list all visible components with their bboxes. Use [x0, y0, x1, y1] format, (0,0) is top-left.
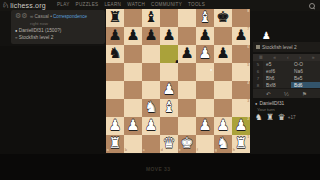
move-number: 6 — [253, 68, 263, 75]
captured-pieces-tray: ♞ ♜ ♛ +17 — [255, 112, 296, 122]
square-g8[interactable]: ♚ — [214, 9, 232, 27]
move-white[interactable]: Bh6 — [263, 75, 291, 82]
square-a3[interactable] — [106, 99, 124, 117]
square-g1[interactable]: ♞g — [214, 135, 232, 153]
black-pawn-g6[interactable]: ♟ — [214, 45, 232, 63]
square-h1[interactable]: ♜1h — [232, 135, 250, 153]
square-h6[interactable]: 6 — [232, 45, 250, 63]
lichess-game-screen: ♘ lichess.org PLAY PUZZLES LEARN WATCH C… — [0, 0, 320, 180]
nav-item-puzzles[interactable]: PUZZLES — [76, 2, 99, 7]
gear-icon: ⚙⚙ — [15, 13, 28, 25]
square-h5[interactable]: 5 — [232, 63, 250, 81]
square-b2[interactable]: ♟ — [124, 117, 142, 135]
captured-piece-glyphs: ♞ ♜ ♛ — [255, 112, 286, 122]
move-white[interactable]: exf6 — [263, 68, 291, 75]
next-move-button[interactable]: › — [299, 54, 301, 61]
opponent-name[interactable]: Stockfish level 2 — [262, 45, 297, 50]
black-disc-icon: ○ — [15, 35, 17, 40]
move-black[interactable]: Na6 — [291, 68, 320, 75]
move-black[interactable]: O-O — [291, 61, 320, 68]
square-a7[interactable]: ♟ — [106, 27, 124, 45]
square-f8[interactable]: ♝ — [196, 9, 214, 27]
page-background — [0, 46, 106, 154]
nav-item-play[interactable]: PLAY — [57, 2, 70, 7]
square-c7[interactable]: ♟ — [142, 27, 160, 45]
square-e5[interactable] — [178, 63, 196, 81]
resign-flag-icon[interactable]: ⚑ — [302, 91, 307, 97]
white-pawn-c2[interactable]: ♟ — [142, 117, 160, 135]
coord-file-g: g — [215, 149, 217, 153]
player-disc-icon: ● — [255, 101, 257, 106]
square-c5[interactable] — [142, 63, 160, 81]
square-e7[interactable] — [178, 27, 196, 45]
coord-rank-3: 3 — [247, 100, 249, 104]
square-b5[interactable] — [124, 63, 142, 81]
white-bishop-f8[interactable]: ♝ — [196, 9, 214, 27]
black-pawn-a7[interactable]: ♟ — [106, 27, 124, 45]
square-b3[interactable] — [124, 99, 142, 117]
square-a1[interactable]: ♜a — [106, 135, 124, 153]
coord-rank-6: 6 — [247, 46, 249, 50]
previous-move-button[interactable]: ‹ — [287, 54, 289, 61]
white-pawn-f6[interactable]: ♟ — [196, 45, 214, 63]
white-pawn-g2[interactable]: ♟ — [214, 117, 232, 135]
square-e6[interactable]: ♟ — [178, 45, 196, 63]
square-h4[interactable]: 4 — [232, 81, 250, 99]
move-row: 5 e5 O-O — [253, 61, 320, 68]
square-d5[interactable] — [160, 63, 178, 81]
square-a8[interactable]: ♜ — [106, 9, 124, 27]
square-b1[interactable]: b — [124, 135, 142, 153]
square-d1[interactable]: ♛d — [160, 135, 178, 153]
brand-text: lichess.org — [10, 2, 46, 9]
square-g7[interactable] — [214, 27, 232, 45]
coord-file-h: h — [233, 149, 235, 153]
square-d4[interactable]: ♟ — [160, 81, 178, 99]
search-icon[interactable] — [309, 3, 315, 9]
game-type-line: ∞ Casual • Correspondence — [30, 14, 87, 19]
square-f6[interactable]: ♟ — [196, 45, 214, 63]
square-f2[interactable]: ♟ — [196, 117, 214, 135]
coord-rank-2: 2 — [247, 118, 249, 122]
square-d3[interactable]: ♝ — [160, 99, 178, 117]
square-f4[interactable] — [196, 81, 214, 99]
meta-black-player: ○ Stockfish level 2 — [15, 35, 53, 40]
draw-offer-icon[interactable]: ½ — [284, 91, 289, 97]
black-knight-a6[interactable]: ♞ — [106, 45, 124, 63]
square-g5[interactable] — [214, 63, 232, 81]
square-f1[interactable]: f — [196, 135, 214, 153]
square-g4[interactable] — [214, 81, 232, 99]
square-h8[interactable]: 8 — [232, 9, 250, 27]
square-h2[interactable]: ♟2 — [232, 117, 250, 135]
meta-white-player: ● DaniellDf31 (1500?) — [15, 28, 61, 33]
black-pawn-e6[interactable]: ♟ — [178, 45, 196, 63]
square-b4[interactable] — [124, 81, 142, 99]
move-white[interactable]: e5 — [263, 61, 291, 68]
square-h3[interactable]: 3 — [232, 99, 250, 117]
move-hint-dot — [210, 69, 212, 71]
square-g2[interactable]: ♟ — [214, 117, 232, 135]
game-meta-panel: ⚙⚙ ∞ Casual • Correspondence right now ●… — [11, 10, 105, 44]
move-row: 7 Bh6 Be5 — [253, 75, 320, 82]
square-e4[interactable] — [178, 81, 196, 99]
square-d6[interactable]: ♝ — [160, 45, 178, 63]
black-pawn-f7[interactable]: ♟ — [196, 27, 214, 45]
square-g3[interactable] — [214, 99, 232, 117]
square-e3[interactable] — [178, 99, 196, 117]
white-pawn-d4[interactable]: ♟ — [160, 81, 178, 99]
black-bishop-c8[interactable]: ♝ — [142, 9, 160, 27]
square-a5[interactable] — [106, 63, 124, 81]
lichess-logo[interactable]: ♘ lichess.org — [2, 1, 46, 10]
coord-rank-8: 8 — [247, 10, 249, 14]
square-d7[interactable]: ♟ — [160, 27, 178, 45]
player-row: ● DaniellDf31 — [253, 99, 320, 107]
square-a6[interactable]: ♞ — [106, 45, 124, 63]
coord-file-f: f — [197, 149, 198, 153]
coord-file-b: b — [125, 149, 127, 153]
square-c8[interactable]: ♝ — [142, 9, 160, 27]
square-h7[interactable]: ♟7 — [232, 27, 250, 45]
coord-file-c: c — [143, 149, 145, 153]
material-white-pawn-icon: ♟ — [262, 30, 273, 42]
square-f5[interactable] — [196, 63, 214, 81]
coord-file-d: d — [161, 149, 163, 153]
black-pawn-b7[interactable]: ♟ — [124, 27, 142, 45]
move-number: 7 — [253, 75, 263, 82]
white-bishop-d3[interactable]: ♝ — [160, 99, 178, 117]
square-c3[interactable]: ♞ — [142, 99, 160, 117]
white-knight-c3[interactable]: ♞ — [142, 99, 160, 117]
replay-controls: ≣ « ‹ › » — [253, 54, 320, 61]
nav-item-community[interactable]: COMMUNITY — [151, 2, 182, 7]
black-rook-a8[interactable]: ♜ — [106, 9, 124, 27]
coord-rank-5: 5 — [247, 64, 249, 68]
square-c6[interactable] — [142, 45, 160, 63]
black-pawn-d7[interactable]: ♟ — [160, 27, 178, 45]
square-c1[interactable]: c — [142, 135, 160, 153]
game-action-bar: ↶ ½ ⚑ — [253, 88, 320, 98]
black-king-g8[interactable]: ♚ — [214, 9, 232, 27]
square-b8[interactable] — [124, 9, 142, 27]
square-d8[interactable] — [160, 9, 178, 27]
square-a2[interactable]: ♟ — [106, 117, 124, 135]
engine-icon — [256, 45, 260, 49]
square-c4[interactable] — [142, 81, 160, 99]
material-advantage: +17 — [288, 115, 296, 120]
square-c2[interactable]: ♟ — [142, 117, 160, 135]
square-e1[interactable]: ♚e — [178, 135, 196, 153]
coord-file-a: a — [107, 149, 109, 153]
coord-rank-7: 7 — [247, 28, 249, 32]
nav-item-watch[interactable]: WATCH — [127, 2, 145, 7]
knight-logo-icon: ♘ — [2, 1, 9, 10]
chess-board[interactable]: ♜♝♝♚8♟♟♟♟♟♟7♞♝♟♟♟65♟4♞♝3♟♟♟♟♟♟2♜abc♛d♚ef… — [106, 9, 250, 153]
last-move-button[interactable]: » — [312, 54, 315, 61]
square-d2[interactable] — [160, 117, 178, 135]
square-e2[interactable] — [178, 117, 196, 135]
nav-item-tools[interactable]: TOOLS — [188, 2, 205, 7]
white-pawn-b2[interactable]: ♟ — [124, 117, 142, 135]
move-number: 5 — [253, 61, 263, 68]
nav-item-learn[interactable]: LEARN — [104, 2, 121, 7]
correspondence-link: Correspondence — [53, 14, 87, 19]
square-f7[interactable]: ♟ — [196, 27, 214, 45]
nav-menu: PLAY PUZZLES LEARN WATCH COMMUNITY TOOLS — [57, 2, 205, 7]
square-b7[interactable]: ♟ — [124, 27, 142, 45]
takeback-icon[interactable]: ↶ — [266, 91, 271, 97]
move-black[interactable]: Be5 — [291, 75, 320, 82]
menu-icon[interactable]: ≣ — [258, 54, 262, 61]
coord-rank-4: 4 — [247, 82, 249, 86]
square-g6[interactable]: ♟ — [214, 45, 232, 63]
first-move-button[interactable]: « — [273, 54, 276, 61]
square-a4[interactable] — [106, 81, 124, 99]
white-pawn-f2[interactable]: ♟ — [196, 117, 214, 135]
white-pawn-a2[interactable]: ♟ — [106, 117, 124, 135]
square-f3[interactable] — [196, 99, 214, 117]
white-disc-icon: ● — [15, 28, 17, 33]
square-e8[interactable] — [178, 9, 196, 27]
coord-file-e: e — [179, 149, 181, 153]
move-row: 6 exf6 Na6 — [253, 68, 320, 75]
square-b6[interactable] — [124, 45, 142, 63]
coord-rank-1: 1 — [247, 136, 249, 140]
opponent-row: Stockfish level 2 — [253, 42, 320, 52]
footer-label: MOVE 33 — [146, 166, 170, 172]
player-name[interactable]: DaniellDf31 — [259, 101, 284, 106]
game-time-ago: right now — [30, 21, 48, 26]
black-pawn-c7[interactable]: ♟ — [142, 27, 160, 45]
